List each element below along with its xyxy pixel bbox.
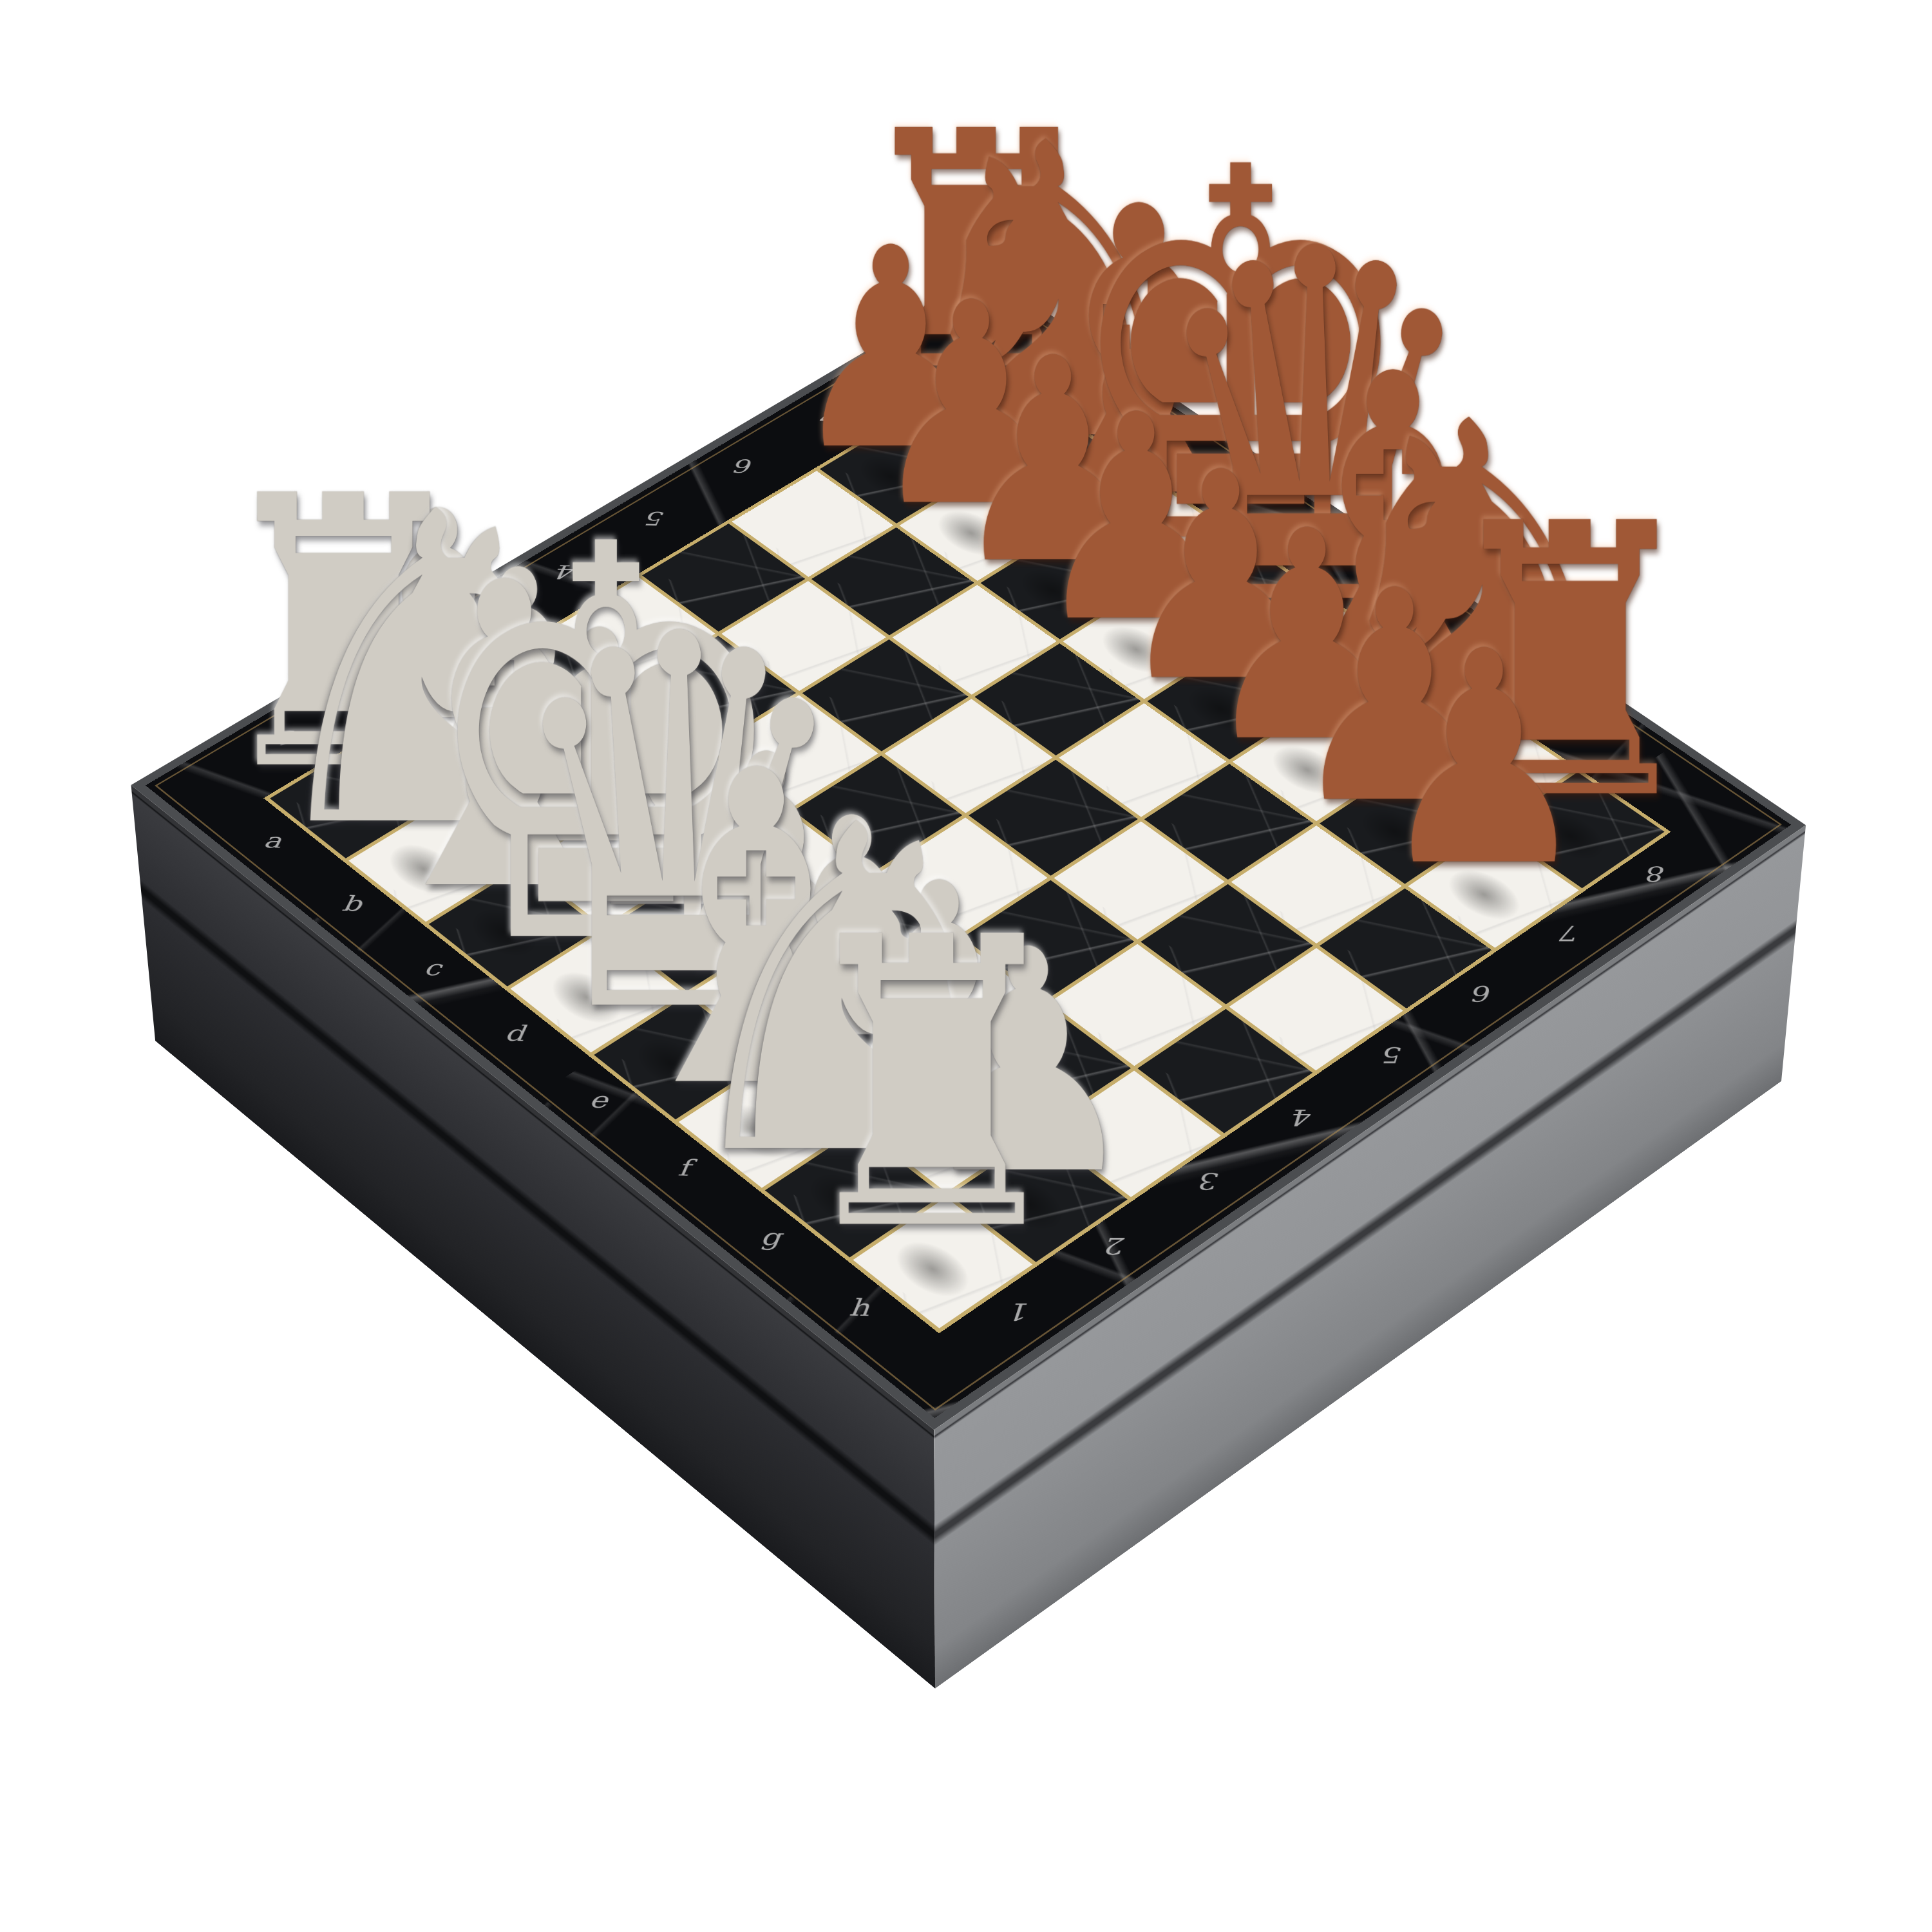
chess-box: ♜♞♝♚♛♝♞♜♟♟♟♟♟♟♟♟♟♟♟♟♟♟♟♟♜♞♝♚♛♝♞♜ abcdefg… (131, 276, 1806, 1430)
square-h5 (1229, 948, 1403, 1070)
board-top-face: ♜♞♝♚♛♝♞♜♟♟♟♟♟♟♟♟♟♟♟♟♟♟♟♟♜♞♝♚♛♝♞♜ abcdefg… (131, 276, 1806, 1430)
piece-silver-rook-h1: ♜ (746, 902, 1119, 1269)
photo-scene: ♜♞♝♚♛♝♞♜♟♟♟♟♟♟♟♟♟♟♟♟♟♟♟♟♜♞♝♚♛♝♞♜ abcdefg… (0, 0, 1932, 1932)
square-h1: ♜ (853, 1197, 1032, 1329)
piece-copper-pawn-h7: ♟ (1307, 625, 1660, 895)
